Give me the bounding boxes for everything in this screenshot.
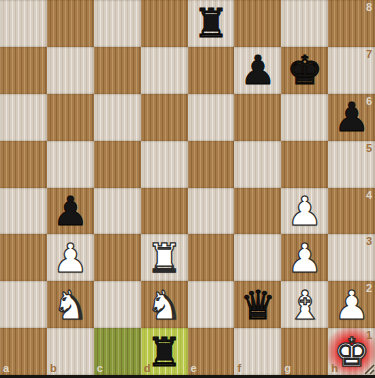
- square-a5[interactable]: [0, 141, 47, 188]
- square-c1[interactable]: c: [94, 328, 141, 375]
- square-b8[interactable]: [47, 0, 94, 47]
- square-g4[interactable]: ♟: [281, 188, 328, 235]
- square-c3[interactable]: [94, 234, 141, 281]
- white-pawn[interactable]: ♟: [328, 281, 375, 328]
- square-b1[interactable]: b: [47, 328, 94, 375]
- black-rook[interactable]: ♜: [188, 0, 235, 47]
- square-e8[interactable]: ♜: [188, 0, 235, 47]
- coord-rank-8: 8: [366, 1, 372, 13]
- square-f1[interactable]: f: [234, 328, 281, 375]
- square-d4[interactable]: [141, 188, 188, 235]
- square-g2[interactable]: ♝: [281, 281, 328, 328]
- square-f7[interactable]: ♟: [234, 47, 281, 94]
- square-f6[interactable]: [234, 94, 281, 141]
- white-pawn[interactable]: ♟: [281, 234, 328, 281]
- square-g5[interactable]: [281, 141, 328, 188]
- square-e3[interactable]: [188, 234, 235, 281]
- board-resize-grip-icon[interactable]: [363, 363, 375, 375]
- square-f2[interactable]: ♛: [234, 281, 281, 328]
- coord-file-g: g: [284, 362, 291, 374]
- square-a6[interactable]: [0, 94, 47, 141]
- white-pawn[interactable]: ♟: [47, 234, 94, 281]
- square-c7[interactable]: [94, 47, 141, 94]
- square-d2[interactable]: ♞: [141, 281, 188, 328]
- square-g6[interactable]: [281, 94, 328, 141]
- square-c2[interactable]: [94, 281, 141, 328]
- square-f3[interactable]: [234, 234, 281, 281]
- coord-file-c: c: [97, 362, 103, 374]
- square-h8[interactable]: 8: [328, 0, 375, 47]
- square-e4[interactable]: [188, 188, 235, 235]
- chess-board: ♜8♟♚76♟5♟♟4♟♜♟3♞♞♛♝2♟abcd♜efgh1♚: [0, 0, 375, 375]
- square-d6[interactable]: [141, 94, 188, 141]
- square-a8[interactable]: [0, 0, 47, 47]
- square-e6[interactable]: [188, 94, 235, 141]
- coord-file-e: e: [191, 362, 197, 374]
- square-h3[interactable]: 3: [328, 234, 375, 281]
- square-c8[interactable]: [94, 0, 141, 47]
- square-d7[interactable]: [141, 47, 188, 94]
- square-h4[interactable]: 4: [328, 188, 375, 235]
- white-knight[interactable]: ♞: [141, 281, 188, 328]
- white-knight[interactable]: ♞: [47, 281, 94, 328]
- white-pawn[interactable]: ♟: [281, 188, 328, 235]
- square-e7[interactable]: [188, 47, 235, 94]
- square-f8[interactable]: [234, 0, 281, 47]
- square-b3[interactable]: ♟: [47, 234, 94, 281]
- square-c5[interactable]: [94, 141, 141, 188]
- square-a4[interactable]: [0, 188, 47, 235]
- square-a2[interactable]: [0, 281, 47, 328]
- square-b7[interactable]: [47, 47, 94, 94]
- coord-file-a: a: [3, 362, 9, 374]
- square-a3[interactable]: [0, 234, 47, 281]
- coord-rank-5: 5: [366, 142, 372, 154]
- white-bishop[interactable]: ♝: [281, 281, 328, 328]
- square-d8[interactable]: [141, 0, 188, 47]
- coord-rank-7: 7: [366, 48, 372, 60]
- white-rook[interactable]: ♜: [141, 234, 188, 281]
- coord-file-f: f: [237, 362, 241, 374]
- square-b2[interactable]: ♞: [47, 281, 94, 328]
- square-g7[interactable]: ♚: [281, 47, 328, 94]
- square-h6[interactable]: 6♟: [328, 94, 375, 141]
- square-b4[interactable]: ♟: [47, 188, 94, 235]
- black-king[interactable]: ♚: [281, 47, 328, 94]
- black-queen[interactable]: ♛: [234, 281, 281, 328]
- black-pawn[interactable]: ♟: [234, 47, 281, 94]
- square-h5[interactable]: 5: [328, 141, 375, 188]
- square-d3[interactable]: ♜: [141, 234, 188, 281]
- square-a1[interactable]: a: [0, 328, 47, 375]
- square-e5[interactable]: [188, 141, 235, 188]
- square-g3[interactable]: ♟: [281, 234, 328, 281]
- square-f5[interactable]: [234, 141, 281, 188]
- square-c6[interactable]: [94, 94, 141, 141]
- black-rook[interactable]: ♜: [141, 328, 188, 375]
- square-h2[interactable]: 2♟: [328, 281, 375, 328]
- square-c4[interactable]: [94, 188, 141, 235]
- coord-file-b: b: [50, 362, 57, 374]
- coord-rank-4: 4: [366, 189, 372, 201]
- square-e1[interactable]: e: [188, 328, 235, 375]
- square-g8[interactable]: [281, 0, 328, 47]
- square-f4[interactable]: [234, 188, 281, 235]
- square-b5[interactable]: [47, 141, 94, 188]
- square-g1[interactable]: g: [281, 328, 328, 375]
- coord-rank-3: 3: [366, 235, 372, 247]
- black-pawn[interactable]: ♟: [328, 94, 375, 141]
- square-a7[interactable]: [0, 47, 47, 94]
- square-d5[interactable]: [141, 141, 188, 188]
- square-b6[interactable]: [47, 94, 94, 141]
- black-pawn[interactable]: ♟: [47, 188, 94, 235]
- square-e2[interactable]: [188, 281, 235, 328]
- square-h7[interactable]: 7: [328, 47, 375, 94]
- square-d1[interactable]: d♜: [141, 328, 188, 375]
